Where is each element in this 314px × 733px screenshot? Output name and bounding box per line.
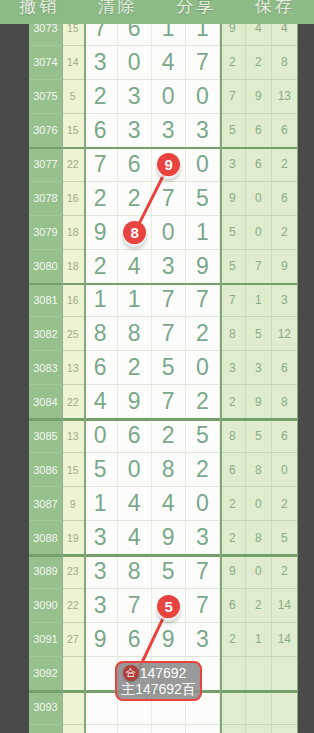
stat-cell[interactable]: [246, 691, 272, 725]
digit-cell[interactable]: 9: [152, 521, 186, 555]
drawn-circle-5[interactable]: 5: [157, 595, 180, 618]
sum-cell: [62, 657, 84, 691]
sum-cell: 22: [62, 385, 84, 419]
sum-cell: 16: [62, 182, 84, 216]
stat-cell[interactable]: 7: [220, 284, 246, 318]
digit-cell[interactable]: 7: [152, 317, 186, 351]
table-row: 30912796932114: [29, 623, 298, 657]
period-cell: 3090: [29, 589, 62, 623]
digit-cell[interactable]: [84, 657, 118, 691]
digit-cell[interactable]: 8: [118, 555, 152, 589]
digit-cell[interactable]: 2: [186, 453, 220, 487]
stat-cell[interactable]: 2: [246, 46, 272, 80]
sum-cell: 16: [62, 284, 84, 318]
digit-cell[interactable]: 9: [118, 385, 152, 419]
sum-cell: 18: [62, 250, 84, 284]
digit-cell[interactable]: 7: [152, 284, 186, 318]
digit-cell[interactable]: 4: [118, 250, 152, 284]
sum-cell: 25: [62, 317, 84, 351]
sum-cell: 14: [62, 46, 84, 80]
period-cell: 3084: [29, 385, 62, 419]
digit-cell[interactable]: 3: [84, 46, 118, 80]
digit-cell[interactable]: 5: [186, 182, 220, 216]
stat-cell[interactable]: 0: [246, 487, 272, 521]
digit-cell[interactable]: 0: [186, 80, 220, 114]
digit-cell[interactable]: 3: [84, 555, 118, 589]
toolbar: 撤销 清除 分享 保存: [0, 0, 314, 24]
save-button[interactable]: 保存: [255, 0, 295, 18]
stat-cell[interactable]: 8: [272, 46, 298, 80]
digit-cell[interactable]: 1: [84, 284, 118, 318]
digit-cell[interactable]: 0: [118, 46, 152, 80]
digit-cell[interactable]: 2: [186, 385, 220, 419]
undo-button[interactable]: 撤销: [19, 0, 59, 18]
digit-cell[interactable]: 7: [186, 46, 220, 80]
digit-cell[interactable]: 7: [186, 589, 220, 623]
table-row: 307918901502: [29, 216, 298, 250]
digit-cell[interactable]: 1: [84, 487, 118, 521]
digit-cell[interactable]: 2: [84, 182, 118, 216]
digit-cell[interactable]: 4: [152, 46, 186, 80]
stat-cell[interactable]: 1: [246, 284, 272, 318]
stat-cell[interactable]: 2: [272, 555, 298, 589]
digit-cell[interactable]: [84, 691, 118, 725]
share-button[interactable]: 分享: [176, 0, 216, 18]
table-row: 3084224972298: [29, 385, 298, 419]
digit-cell[interactable]: 1: [186, 216, 220, 250]
digit-cell[interactable]: 9: [84, 216, 118, 250]
digit-cell[interactable]: [84, 725, 118, 733]
table-row: 3075523007913: [29, 80, 298, 114]
stat-cell[interactable]: 3: [246, 351, 272, 385]
stat-cell[interactable]: [272, 657, 298, 691]
digit-cell[interactable]: 7: [84, 148, 118, 182]
stat-cell[interactable]: 12: [272, 317, 298, 351]
digit-cell[interactable]: 9: [84, 623, 118, 657]
stat-cell[interactable]: 0: [246, 555, 272, 589]
stat-cell[interactable]: 8: [272, 385, 298, 419]
stat-cell[interactable]: 6: [272, 351, 298, 385]
digit-cell[interactable]: 4: [84, 385, 118, 419]
stat-cell[interactable]: 5: [220, 216, 246, 250]
sum-cell: 27: [62, 623, 84, 657]
digit-cell[interactable]: 3: [84, 521, 118, 555]
trend-chart-grid[interactable]: 3073157611944307414304722830755230079133…: [29, 12, 298, 733]
digit-cell[interactable]: 8: [152, 453, 186, 487]
table-row: 3081161177713: [29, 284, 298, 318]
digit-cell[interactable]: 6: [84, 114, 118, 148]
table-row: 3085130625856: [29, 419, 298, 453]
stat-cell[interactable]: 2: [220, 46, 246, 80]
table-row: 308791440202: [29, 487, 298, 521]
stat-cell[interactable]: 3: [272, 284, 298, 318]
digit-cell[interactable]: 5: [186, 419, 220, 453]
digit-cell[interactable]: 3: [152, 114, 186, 148]
digit-cell[interactable]: 7: [152, 182, 186, 216]
stat-cell[interactable]: 2: [220, 623, 246, 657]
period-cell: 3080: [29, 250, 62, 284]
sum-cell: 18: [62, 216, 84, 250]
digit-cell[interactable]: 3: [118, 80, 152, 114]
period-cell: 3086: [29, 453, 62, 487]
digit-cell[interactable]: 3: [186, 623, 220, 657]
period-cell: 3078: [29, 182, 62, 216]
stat-cell[interactable]: 5: [246, 419, 272, 453]
digit-cell[interactable]: 0: [152, 216, 186, 250]
digit-cell[interactable]: 9: [186, 250, 220, 284]
digit-cell[interactable]: 3: [84, 589, 118, 623]
digit-cell[interactable]: 3: [186, 521, 220, 555]
stat-cell[interactable]: [272, 691, 298, 725]
sum-cell: 5: [62, 80, 84, 114]
digit-cell[interactable]: 0: [152, 80, 186, 114]
stat-cell[interactable]: [220, 657, 246, 691]
stat-cell[interactable]: 2: [220, 385, 246, 419]
digit-cell[interactable]: 3: [118, 114, 152, 148]
stat-cell[interactable]: 6: [246, 114, 272, 148]
table-row: 3088193493285: [29, 521, 298, 555]
sum-cell: 22: [62, 589, 84, 623]
table-row: 3080182439579: [29, 250, 298, 284]
stat-cell[interactable]: [220, 725, 246, 733]
table-row: 3076156333566: [29, 114, 298, 148]
digit-cell[interactable]: 0: [186, 148, 220, 182]
stat-cell[interactable]: 5: [220, 250, 246, 284]
stat-cell[interactable]: 9: [220, 182, 246, 216]
tooltip-detail: 主147692百: [121, 681, 196, 697]
period-cell: 3076: [29, 114, 62, 148]
stat-cell[interactable]: 8: [220, 317, 246, 351]
table-row: [29, 725, 298, 733]
period-cell: 3077: [29, 148, 62, 182]
table-row: 3089233857902: [29, 555, 298, 589]
annotation-tooltip[interactable]: 合147692 主147692百: [115, 661, 202, 701]
digit-cell[interactable]: 2: [152, 419, 186, 453]
digit-cell[interactable]: 7: [186, 284, 220, 318]
digit-cell[interactable]: 5: [152, 555, 186, 589]
digit-cell[interactable]: 7: [186, 555, 220, 589]
digit-cell[interactable]: 2: [84, 80, 118, 114]
digit-cell[interactable]: 0: [186, 487, 220, 521]
digit-cell[interactable]: 6: [118, 419, 152, 453]
period-cell: 3088: [29, 521, 62, 555]
stat-cell[interactable]: 1: [246, 623, 272, 657]
period-cell: 3093: [29, 691, 62, 725]
sum-badge-icon: 合: [123, 665, 139, 681]
sum-cell: 15: [62, 114, 84, 148]
table-row: 3074143047228: [29, 46, 298, 80]
digit-cell[interactable]: 2: [118, 182, 152, 216]
period-cell: 3082: [29, 317, 62, 351]
digit-cell[interactable]: 5: [152, 351, 186, 385]
table-row: 3086155082680: [29, 453, 298, 487]
table-row: 30822588728512: [29, 317, 298, 351]
digit-cell[interactable]: 2: [118, 351, 152, 385]
period-cell: 3092: [29, 657, 62, 691]
period-cell: 3087: [29, 487, 62, 521]
stat-cell[interactable]: 0: [246, 182, 272, 216]
digit-cell[interactable]: 2: [186, 317, 220, 351]
period-cell: 3089: [29, 555, 62, 589]
digit-cell[interactable]: 0: [118, 453, 152, 487]
period-cell: 3083: [29, 351, 62, 385]
stat-cell[interactable]: 0: [272, 453, 298, 487]
stat-cell[interactable]: 14: [272, 589, 298, 623]
stat-cell[interactable]: 6: [272, 114, 298, 148]
digit-cell[interactable]: [152, 725, 186, 733]
tooltip-value: 147692: [140, 665, 187, 681]
digit-cell[interactable]: [118, 725, 152, 733]
digit-cell[interactable]: 0: [84, 419, 118, 453]
stat-cell[interactable]: 6: [220, 453, 246, 487]
sum-cell: 23: [62, 555, 84, 589]
stat-cell[interactable]: [272, 725, 298, 733]
stat-cell[interactable]: 3: [220, 148, 246, 182]
digit-cell[interactable]: 9: [152, 623, 186, 657]
period-cell: 3081: [29, 284, 62, 318]
sum-cell: 9: [62, 487, 84, 521]
stat-cell[interactable]: 14: [272, 623, 298, 657]
stat-cell[interactable]: 5: [272, 521, 298, 555]
stat-cell[interactable]: 0: [246, 216, 272, 250]
stat-cell[interactable]: 6: [246, 148, 272, 182]
period-cell: 3075: [29, 80, 62, 114]
digit-cell[interactable]: 8: [118, 317, 152, 351]
stat-cell[interactable]: 8: [246, 453, 272, 487]
stat-cell[interactable]: 2: [272, 216, 298, 250]
stat-cell[interactable]: 5: [220, 114, 246, 148]
sum-cell: [62, 691, 84, 725]
period-cell: 3085: [29, 419, 62, 453]
digit-cell[interactable]: 6: [118, 623, 152, 657]
digit-cell[interactable]: [186, 725, 220, 733]
digit-cell[interactable]: 4: [152, 487, 186, 521]
digit-cell[interactable]: 2: [84, 250, 118, 284]
digit-cell[interactable]: 6: [118, 148, 152, 182]
stat-cell[interactable]: 8: [220, 419, 246, 453]
stat-cell[interactable]: 6: [272, 419, 298, 453]
digit-cell[interactable]: 6: [84, 351, 118, 385]
table-row: 3083136250336: [29, 351, 298, 385]
stat-cell[interactable]: 2: [220, 521, 246, 555]
period-cell: 3074: [29, 46, 62, 80]
digit-cell[interactable]: 8: [84, 317, 118, 351]
stat-cell[interactable]: [246, 657, 272, 691]
digit-cell[interactable]: 3: [152, 250, 186, 284]
digit-cell[interactable]: 7: [118, 589, 152, 623]
period-cell: [29, 725, 62, 733]
sum-cell: 22: [62, 148, 84, 182]
digit-cell[interactable]: 4: [118, 487, 152, 521]
stat-cell[interactable]: 6: [272, 182, 298, 216]
digit-cell[interactable]: 3: [186, 114, 220, 148]
digit-cell[interactable]: 5: [84, 453, 118, 487]
stat-cell[interactable]: 9: [246, 80, 272, 114]
stat-cell[interactable]: 9: [246, 385, 272, 419]
stat-cell[interactable]: [220, 691, 246, 725]
stat-cell[interactable]: 2: [220, 487, 246, 521]
sum-cell: 13: [62, 351, 84, 385]
stat-cell[interactable]: 9: [220, 555, 246, 589]
stat-cell[interactable]: 7: [220, 80, 246, 114]
clear-button[interactable]: 清除: [98, 0, 138, 18]
digit-cell[interactable]: 7: [152, 385, 186, 419]
digit-cell[interactable]: 4: [118, 521, 152, 555]
stat-cell[interactable]: 8: [246, 521, 272, 555]
stat-cell[interactable]: 3: [220, 351, 246, 385]
stat-cell[interactable]: 9: [272, 250, 298, 284]
stat-cell[interactable]: 5: [246, 317, 272, 351]
digit-cell[interactable]: 0: [186, 351, 220, 385]
sum-cell: 19: [62, 521, 84, 555]
period-cell: 3091: [29, 623, 62, 657]
stat-cell[interactable]: 13: [272, 80, 298, 114]
stat-cell[interactable]: [246, 725, 272, 733]
stat-cell[interactable]: 7: [246, 250, 272, 284]
stat-cell[interactable]: 6: [220, 589, 246, 623]
stat-cell[interactable]: 2: [272, 148, 298, 182]
digit-cell[interactable]: 1: [118, 284, 152, 318]
sum-cell: [62, 725, 84, 733]
stat-cell[interactable]: 2: [272, 487, 298, 521]
period-cell: 3079: [29, 216, 62, 250]
stat-cell[interactable]: 2: [246, 589, 272, 623]
sum-cell: 15: [62, 453, 84, 487]
lottery-chart-app: 3073157611944307414304722830755230079133…: [0, 0, 314, 733]
sum-cell: 13: [62, 419, 84, 453]
table-row: 3078162275906: [29, 182, 298, 216]
